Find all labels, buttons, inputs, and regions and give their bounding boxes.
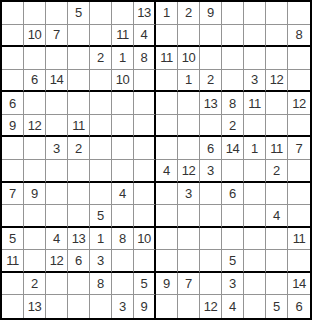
cell-r13-c6[interactable] [112,273,134,296]
cell-r2-c2[interactable]: 10 [24,25,46,48]
cell-r10-c6[interactable] [112,205,134,228]
cell-r10-c9[interactable] [178,205,200,228]
cell-r4-c1[interactable] [2,70,24,93]
cell-r10-c11[interactable] [222,205,244,228]
cell-r3-c11[interactable] [222,47,244,70]
cell-r5-c2[interactable] [24,92,46,115]
cell-r14-c8[interactable] [156,295,178,318]
cell-r8-c13[interactable]: 2 [266,160,288,183]
cell-r13-c13[interactable] [266,273,288,296]
cell-r1-c3[interactable] [46,2,68,25]
cell-r2-c1[interactable] [2,25,24,48]
cell-r10-c3[interactable] [46,205,68,228]
cell-r10-c14[interactable] [288,205,310,228]
cell-r7-c11[interactable]: 14 [222,137,244,160]
cell-r9-c4[interactable] [68,183,90,206]
cell-r11-c2[interactable] [24,228,46,251]
cell-r11-c8[interactable] [156,228,178,251]
cell-r11-c3[interactable]: 4 [46,228,68,251]
cell-r6-c6[interactable] [112,115,134,138]
cell-r9-c8[interactable] [156,183,178,206]
cell-r12-c4[interactable]: 6 [68,250,90,273]
cell-r7-c9[interactable] [178,137,200,160]
cell-r14-c14[interactable]: 6 [288,295,310,318]
cell-r13-c2[interactable]: 2 [24,273,46,296]
cell-r4-c5[interactable] [90,70,112,93]
cell-r5-c11[interactable]: 8 [222,92,244,115]
cell-r5-c13[interactable] [266,92,288,115]
cell-r10-c4[interactable] [68,205,90,228]
cell-r4-c4[interactable] [68,70,90,93]
cell-r2-c3[interactable]: 7 [46,25,68,48]
cell-r4-c14[interactable] [288,70,310,93]
cell-r7-c14[interactable]: 7 [288,137,310,160]
cell-r12-c11[interactable]: 5 [222,250,244,273]
cell-r9-c2[interactable]: 9 [24,183,46,206]
cell-r6-c14[interactable] [288,115,310,138]
cell-r13-c1[interactable] [2,273,24,296]
cell-r1-c11[interactable] [222,2,244,25]
cell-r2-c6[interactable]: 11 [112,25,134,48]
cell-r12-c2[interactable] [24,250,46,273]
cell-r2-c5[interactable] [90,25,112,48]
cell-r1-c6[interactable] [112,2,134,25]
cell-r12-c3[interactable]: 12 [46,250,68,273]
cell-r6-c9[interactable] [178,115,200,138]
cell-r5-c10[interactable]: 13 [200,92,222,115]
cell-r9-c14[interactable] [288,183,310,206]
cell-r7-c10[interactable]: 6 [200,137,222,160]
cell-r4-c8[interactable] [156,70,178,93]
cell-r2-c9[interactable] [178,25,200,48]
cell-r4-c6[interactable]: 10 [112,70,134,93]
cell-r9-c6[interactable]: 4 [112,183,134,206]
cell-r3-c10[interactable] [200,47,222,70]
cell-r6-c4[interactable]: 11 [68,115,90,138]
sudoku-board: 5131291071148218111061410123126138111291… [0,0,312,320]
cell-r1-c10[interactable]: 9 [200,2,222,25]
cell-r3-c13[interactable] [266,47,288,70]
cell-r8-c8[interactable]: 4 [156,160,178,183]
cell-r5-c6[interactable] [112,92,134,115]
cell-r7-c6[interactable] [112,137,134,160]
cell-r7-c2[interactable] [24,137,46,160]
cell-r2-c8[interactable] [156,25,178,48]
cell-r2-c14[interactable]: 8 [288,25,310,48]
cell-r3-c7[interactable]: 8 [134,47,156,70]
cell-r8-c10[interactable]: 3 [200,160,222,183]
cell-r11-c10[interactable] [200,228,222,251]
cell-r12-c1[interactable]: 11 [2,250,24,273]
cell-r6-c13[interactable] [266,115,288,138]
cell-r3-c5[interactable]: 2 [90,47,112,70]
cell-r3-c3[interactable] [46,47,68,70]
cell-r13-c10[interactable] [200,273,222,296]
cell-r5-c5[interactable] [90,92,112,115]
cell-r10-c5[interactable]: 5 [90,205,112,228]
cell-r7-c8[interactable] [156,137,178,160]
cell-r14-c13[interactable]: 5 [266,295,288,318]
cell-r14-c1[interactable] [2,295,24,318]
cell-r10-c7[interactable] [134,205,156,228]
cell-r10-c10[interactable] [200,205,222,228]
cell-r7-c4[interactable]: 2 [68,137,90,160]
cell-r9-c1[interactable]: 7 [2,183,24,206]
cell-r7-c12[interactable]: 1 [244,137,266,160]
cell-r4-c13[interactable]: 12 [266,70,288,93]
cell-r6-c8[interactable] [156,115,178,138]
cell-r3-c6[interactable]: 1 [112,47,134,70]
cell-r7-c3[interactable]: 3 [46,137,68,160]
cell-r8-c9[interactable]: 12 [178,160,200,183]
cell-r14-c6[interactable]: 3 [112,295,134,318]
cell-r9-c12[interactable] [244,183,266,206]
cell-r6-c11[interactable]: 2 [222,115,244,138]
cell-r14-c10[interactable]: 12 [200,295,222,318]
cell-r14-c11[interactable]: 4 [222,295,244,318]
cell-r8-c14[interactable] [288,160,310,183]
cell-r2-c12[interactable] [244,25,266,48]
cell-r13-c9[interactable]: 7 [178,273,200,296]
cell-r3-c2[interactable] [24,47,46,70]
cell-r12-c6[interactable] [112,250,134,273]
cell-r7-c1[interactable] [2,137,24,160]
cell-r13-c11[interactable]: 3 [222,273,244,296]
cell-r3-c1[interactable] [2,47,24,70]
cell-r6-c12[interactable] [244,115,266,138]
cell-r13-c14[interactable]: 14 [288,273,310,296]
cell-r6-c10[interactable] [200,115,222,138]
cell-r11-c12[interactable] [244,228,266,251]
cell-r12-c9[interactable] [178,250,200,273]
cell-r8-c4[interactable] [68,160,90,183]
cell-r11-c13[interactable] [266,228,288,251]
cell-r1-c1[interactable] [2,2,24,25]
cell-r4-c10[interactable]: 2 [200,70,222,93]
cell-r6-c5[interactable] [90,115,112,138]
cell-r11-c4[interactable]: 13 [68,228,90,251]
cell-r1-c8[interactable]: 1 [156,2,178,25]
cell-r4-c12[interactable]: 3 [244,70,266,93]
cell-r8-c7[interactable] [134,160,156,183]
cell-r1-c12[interactable] [244,2,266,25]
cell-r11-c9[interactable] [178,228,200,251]
cell-r7-c7[interactable] [134,137,156,160]
cell-r9-c13[interactable] [266,183,288,206]
cell-r4-c7[interactable] [134,70,156,93]
cell-r3-c14[interactable] [288,47,310,70]
cell-r4-c2[interactable]: 6 [24,70,46,93]
cell-r12-c7[interactable] [134,250,156,273]
cell-r12-c13[interactable] [266,250,288,273]
cell-r9-c10[interactable] [200,183,222,206]
cell-r8-c1[interactable] [2,160,24,183]
cell-r11-c5[interactable]: 1 [90,228,112,251]
cell-r5-c8[interactable] [156,92,178,115]
cell-r9-c7[interactable] [134,183,156,206]
cell-r9-c9[interactable]: 3 [178,183,200,206]
cell-r3-c9[interactable]: 10 [178,47,200,70]
cell-r10-c8[interactable] [156,205,178,228]
cell-r9-c11[interactable]: 6 [222,183,244,206]
cell-r8-c11[interactable] [222,160,244,183]
cell-r2-c13[interactable] [266,25,288,48]
cell-r14-c2[interactable]: 13 [24,295,46,318]
cell-r4-c3[interactable]: 14 [46,70,68,93]
cell-r8-c3[interactable] [46,160,68,183]
cell-r14-c7[interactable]: 9 [134,295,156,318]
cell-r12-c5[interactable]: 3 [90,250,112,273]
cell-r1-c9[interactable]: 2 [178,2,200,25]
cell-r2-c11[interactable] [222,25,244,48]
cell-r5-c7[interactable] [134,92,156,115]
cell-r14-c12[interactable] [244,295,266,318]
cell-r6-c1[interactable]: 9 [2,115,24,138]
cell-r11-c7[interactable]: 10 [134,228,156,251]
cell-r7-c5[interactable] [90,137,112,160]
cell-r4-c9[interactable]: 1 [178,70,200,93]
cell-r2-c10[interactable] [200,25,222,48]
cell-r2-c4[interactable] [68,25,90,48]
cell-r10-c12[interactable] [244,205,266,228]
cell-r11-c1[interactable]: 5 [2,228,24,251]
cell-r1-c5[interactable] [90,2,112,25]
cell-r3-c8[interactable]: 11 [156,47,178,70]
cell-r11-c14[interactable]: 11 [288,228,310,251]
cell-r12-c10[interactable] [200,250,222,273]
cell-r3-c12[interactable] [244,47,266,70]
cell-r13-c3[interactable] [46,273,68,296]
cell-r6-c7[interactable] [134,115,156,138]
cell-r13-c5[interactable]: 8 [90,273,112,296]
cell-r1-c14[interactable] [288,2,310,25]
cell-r10-c13[interactable]: 4 [266,205,288,228]
cell-r8-c12[interactable] [244,160,266,183]
cell-r13-c7[interactable]: 5 [134,273,156,296]
cell-r3-c4[interactable] [68,47,90,70]
cell-r1-c2[interactable] [24,2,46,25]
cell-r1-c4[interactable]: 5 [68,2,90,25]
cell-r10-c1[interactable] [2,205,24,228]
cell-r14-c4[interactable] [68,295,90,318]
cell-r6-c2[interactable]: 12 [24,115,46,138]
cell-r13-c4[interactable] [68,273,90,296]
cell-r2-c7[interactable]: 4 [134,25,156,48]
cell-r5-c12[interactable]: 11 [244,92,266,115]
cell-r5-c1[interactable]: 6 [2,92,24,115]
cell-r10-c2[interactable] [24,205,46,228]
cell-r5-c3[interactable] [46,92,68,115]
cell-r8-c5[interactable] [90,160,112,183]
cell-r4-c11[interactable] [222,70,244,93]
cell-r1-c13[interactable] [266,2,288,25]
cell-r14-c9[interactable] [178,295,200,318]
cell-r7-c13[interactable]: 11 [266,137,288,160]
cell-r13-c8[interactable]: 9 [156,273,178,296]
cell-r14-c3[interactable] [46,295,68,318]
cell-r11-c11[interactable] [222,228,244,251]
cell-r12-c12[interactable] [244,250,266,273]
cell-r14-c5[interactable] [90,295,112,318]
cell-r5-c4[interactable] [68,92,90,115]
cell-r8-c6[interactable] [112,160,134,183]
cell-r8-c2[interactable] [24,160,46,183]
cell-r9-c5[interactable] [90,183,112,206]
cell-r13-c12[interactable] [244,273,266,296]
cell-r9-c3[interactable] [46,183,68,206]
cell-r12-c14[interactable] [288,250,310,273]
cell-r5-c9[interactable] [178,92,200,115]
cell-r12-c8[interactable] [156,250,178,273]
cell-r1-c7[interactable]: 13 [134,2,156,25]
cell-r6-c3[interactable] [46,115,68,138]
cell-r11-c6[interactable]: 8 [112,228,134,251]
cell-r5-c14[interactable]: 12 [288,92,310,115]
